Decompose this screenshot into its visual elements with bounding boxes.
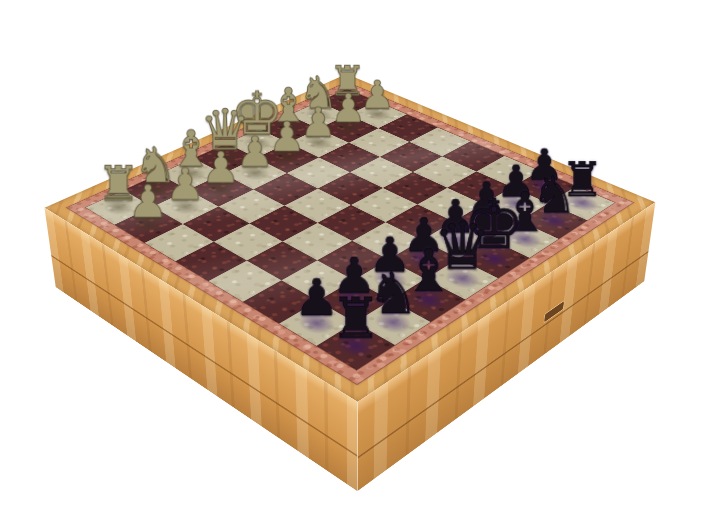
- piece-glyph: ♜: [303, 289, 409, 346]
- board-top: ♜♞♝♚♛♝♞♜♟♟♟♟♟♟♟♟♟♟♟♟♟♟♟♟♜♞♝♚♛♝♞♜: [44, 74, 655, 402]
- product-photo-scene: ♜♞♝♚♛♝♞♜♟♟♟♟♟♟♟♟♟♟♟♟♟♟♟♟♜♞♝♚♛♝♞♜: [0, 0, 720, 529]
- piece-glyph: ♟: [102, 179, 194, 224]
